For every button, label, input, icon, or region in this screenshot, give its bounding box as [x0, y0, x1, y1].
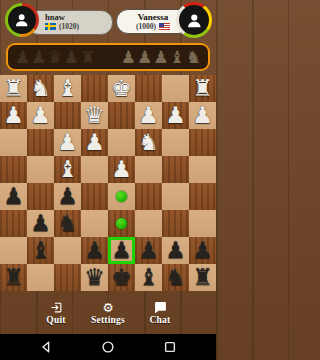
exit-icon	[50, 301, 63, 314]
piece-wB[interactable]: ♝	[54, 156, 81, 183]
chat-label: Chat	[150, 315, 171, 325]
square-g8[interactable]: ♞	[162, 264, 189, 291]
square-b6[interactable]: ♟	[27, 210, 54, 237]
chat-button[interactable]: Chat	[134, 301, 186, 325]
piece-bP[interactable]: ♟	[27, 210, 54, 237]
left-player-name: hnaw	[45, 13, 108, 22]
square-b3[interactable]	[27, 129, 54, 156]
left-player-avatar[interactable]	[5, 3, 39, 37]
square-e5[interactable]	[108, 183, 135, 210]
piece-wP[interactable]: ♟	[27, 102, 54, 129]
square-f2[interactable]: ♟	[135, 102, 162, 129]
square-c5[interactable]: ♟	[54, 183, 81, 210]
square-h6[interactable]	[189, 210, 216, 237]
gear-icon: ⚙	[102, 301, 113, 314]
piece-bR[interactable]: ♜	[189, 264, 216, 291]
square-c7[interactable]	[54, 237, 81, 264]
captured-pieces-tray: ♟♟♛♟♜ ♟♟♟♝♞	[6, 43, 210, 71]
right-player-avatar[interactable]	[176, 2, 212, 38]
ghost-dark-pawn: ♟	[31, 46, 46, 68]
square-g7[interactable]: ♟	[162, 237, 189, 264]
right-player-rating: (1000)	[136, 22, 156, 31]
piece-wR[interactable]: ♜	[0, 75, 27, 102]
square-b5[interactable]	[27, 183, 54, 210]
legal-move-dot[interactable]	[116, 218, 127, 229]
piece-wB[interactable]: ♝	[54, 75, 81, 102]
piece-wP[interactable]: ♟	[162, 102, 189, 129]
square-g5[interactable]	[162, 183, 189, 210]
piece-bR[interactable]: ♜	[0, 264, 27, 291]
piece-bP[interactable]: ♟	[54, 183, 81, 210]
chess-board[interactable]: ♜♞♝♚♜♟♟♛♟♟♟♟♟♞♝♟♟♟♟♞♝♟♟♟♟♟♜♛♚♝♞♜	[0, 75, 216, 291]
android-navigation-bar	[0, 334, 216, 360]
square-h2[interactable]: ♟	[189, 102, 216, 129]
chat-icon	[154, 301, 167, 314]
usa-flag-icon	[159, 23, 170, 30]
square-e7[interactable]: ♟	[108, 237, 135, 264]
square-e8[interactable]: ♚	[108, 264, 135, 291]
legal-move-dot[interactable]	[116, 191, 127, 202]
ghost-light-pawn: ♟	[121, 46, 136, 68]
square-f7[interactable]: ♟	[135, 237, 162, 264]
square-a1[interactable]: ♜	[0, 75, 27, 102]
square-e6[interactable]	[108, 210, 135, 237]
piece-wK[interactable]: ♚	[108, 75, 135, 102]
piece-bK[interactable]: ♚	[108, 264, 135, 291]
left-player-rating: (1020)	[59, 22, 79, 31]
square-a2[interactable]: ♟	[0, 102, 27, 129]
piece-bP[interactable]: ♟	[81, 237, 108, 264]
square-e1[interactable]: ♚	[108, 75, 135, 102]
square-d2[interactable]: ♛	[81, 102, 108, 129]
square-g3[interactable]	[162, 129, 189, 156]
square-f8[interactable]: ♝	[135, 264, 162, 291]
quit-label: Quit	[46, 315, 65, 325]
piece-wP[interactable]: ♟	[189, 102, 216, 129]
ghost-light-pawn: ♟	[153, 46, 168, 68]
sweden-flag-icon	[45, 23, 56, 30]
settings-label: Settings	[91, 315, 125, 325]
square-b4[interactable]	[27, 156, 54, 183]
square-a6[interactable]	[0, 210, 27, 237]
square-a3[interactable]	[0, 129, 27, 156]
piece-bP[interactable]: ♟	[162, 237, 189, 264]
square-h7[interactable]: ♟	[189, 237, 216, 264]
square-b1[interactable]: ♞	[27, 75, 54, 102]
square-d5[interactable]	[81, 183, 108, 210]
square-e4[interactable]: ♟	[108, 156, 135, 183]
piece-wP[interactable]: ♟	[81, 129, 108, 156]
square-h1[interactable]: ♜	[189, 75, 216, 102]
square-d1[interactable]	[81, 75, 108, 102]
square-d3[interactable]: ♟	[81, 129, 108, 156]
quit-button[interactable]: Quit	[30, 301, 82, 325]
square-b7[interactable]: ♝	[27, 237, 54, 264]
square-a8[interactable]: ♜	[0, 264, 27, 291]
top-bar: hnaw (1020) Vanessa (1000)	[0, 0, 216, 40]
android-home-button[interactable]	[101, 340, 115, 354]
square-g6[interactable]	[162, 210, 189, 237]
ghost-dark-pawn: ♟	[15, 46, 30, 68]
square-a4[interactable]	[0, 156, 27, 183]
square-d7[interactable]: ♟	[81, 237, 108, 264]
square-g1[interactable]	[162, 75, 189, 102]
square-c2[interactable]	[54, 102, 81, 129]
ghost-dark-queen: ♛	[48, 46, 63, 68]
square-h4[interactable]	[189, 156, 216, 183]
square-h3[interactable]	[189, 129, 216, 156]
piece-bP[interactable]: ♟	[135, 237, 162, 264]
ghost-dark-pawn: ♟	[64, 46, 79, 68]
ghost-light-bishop: ♝	[170, 46, 185, 68]
square-b2[interactable]: ♟	[27, 102, 54, 129]
square-c1[interactable]: ♝	[54, 75, 81, 102]
piece-bQ[interactable]: ♛	[81, 264, 108, 291]
square-g4[interactable]	[162, 156, 189, 183]
piece-wN[interactable]: ♞	[135, 129, 162, 156]
square-f5[interactable]	[135, 183, 162, 210]
piece-wP[interactable]: ♟	[135, 102, 162, 129]
square-c3[interactable]: ♟	[54, 129, 81, 156]
piece-wR[interactable]: ♜	[189, 75, 216, 102]
square-h5[interactable]	[189, 183, 216, 210]
captured-dark-group: ♟♟♛♟♜	[15, 46, 95, 68]
square-a5[interactable]: ♟	[0, 183, 27, 210]
square-d6[interactable]	[81, 210, 108, 237]
square-f1[interactable]	[135, 75, 162, 102]
captured-light-group: ♟♟♟♝♞	[121, 46, 201, 68]
square-h8[interactable]: ♜	[189, 264, 216, 291]
piece-wP[interactable]: ♟	[0, 102, 27, 129]
square-e3[interactable]	[108, 129, 135, 156]
ghost-dark-rook: ♜	[80, 46, 95, 68]
android-back-button[interactable]	[39, 340, 53, 354]
square-c4[interactable]: ♝	[54, 156, 81, 183]
square-d8[interactable]: ♛	[81, 264, 108, 291]
piece-wP[interactable]: ♟	[54, 129, 81, 156]
square-a7[interactable]	[0, 237, 27, 264]
square-f6[interactable]	[135, 210, 162, 237]
square-b8[interactable]	[27, 264, 54, 291]
square-g2[interactable]: ♟	[162, 102, 189, 129]
piece-wP[interactable]: ♟	[108, 156, 135, 183]
square-f4[interactable]	[135, 156, 162, 183]
ghost-light-knight: ♞	[186, 46, 201, 68]
piece-wQ[interactable]: ♛	[81, 102, 108, 129]
settings-button[interactable]: ⚙ Settings	[82, 301, 134, 325]
piece-wN[interactable]: ♞	[27, 75, 54, 102]
action-bar: Quit ⚙ Settings Chat	[0, 291, 216, 334]
square-e2[interactable]	[108, 102, 135, 129]
android-recents-button[interactable]	[163, 340, 177, 354]
piece-bP[interactable]: ♟	[0, 183, 27, 210]
left-player-info: hnaw (1020)	[27, 10, 113, 35]
square-d4[interactable]	[81, 156, 108, 183]
piece-bP[interactable]: ♟	[108, 237, 135, 264]
ghost-light-pawn: ♟	[137, 46, 152, 68]
piece-bN[interactable]: ♞	[54, 210, 81, 237]
square-c8[interactable]	[54, 264, 81, 291]
piece-bP[interactable]: ♟	[189, 237, 216, 264]
piece-bN[interactable]: ♞	[162, 264, 189, 291]
square-f3[interactable]: ♞	[135, 129, 162, 156]
square-c6[interactable]: ♞	[54, 210, 81, 237]
avatar-person-icon	[8, 6, 36, 34]
piece-bB[interactable]: ♝	[135, 264, 162, 291]
piece-bB[interactable]: ♝	[27, 237, 54, 264]
avatar-person-icon	[179, 5, 209, 35]
